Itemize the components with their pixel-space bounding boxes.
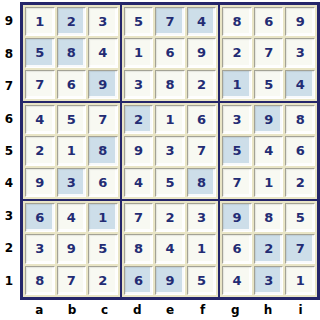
cell-a1[interactable]: 8 [25,266,55,295]
cell-f7[interactable]: 2 [187,70,217,99]
cell-i5[interactable]: 6 [285,136,315,165]
row-label-1: 1 [0,265,18,297]
cell-f2[interactable]: 1 [187,234,217,263]
cell-d9[interactable]: 5 [124,7,154,36]
row-label-2: 2 [0,232,18,264]
cell-h8[interactable]: 7 [254,38,284,67]
cell-a5[interactable]: 2 [25,136,55,165]
cell-c4[interactable]: 6 [88,168,118,197]
col-label-b: b [56,301,89,318]
cell-d8[interactable]: 1 [124,38,154,67]
cell-a2[interactable]: 3 [25,234,55,263]
cell-a4[interactable]: 9 [25,168,55,197]
cell-i6[interactable]: 8 [285,105,315,134]
cell-h4[interactable]: 1 [254,168,284,197]
cell-b6[interactable]: 5 [57,105,87,134]
cell-f1[interactable]: 5 [187,266,217,295]
cell-d4[interactable]: 4 [124,168,154,197]
cell-e6[interactable]: 1 [155,105,185,134]
cell-h7[interactable]: 5 [254,70,284,99]
cell-g4[interactable]: 7 [222,168,252,197]
col-label-e: e [154,301,187,318]
cell-h3[interactable]: 8 [254,203,284,232]
row-label-3: 3 [0,200,18,232]
cell-f4[interactable]: 8 [187,168,217,197]
cell-e2[interactable]: 4 [155,234,185,263]
cell-d7[interactable]: 3 [124,70,154,99]
cell-b4[interactable]: 3 [57,168,87,197]
box-2-3: 398546712 [220,103,317,199]
cell-d6[interactable]: 2 [124,105,154,134]
cell-h5[interactable]: 4 [254,136,284,165]
cell-a3[interactable]: 6 [25,203,55,232]
cell-g1[interactable]: 4 [222,266,252,295]
box-3-3: 985627431 [220,201,317,297]
cell-b9[interactable]: 2 [57,7,87,36]
col-label-i: i [284,301,317,318]
cell-c6[interactable]: 7 [88,105,118,134]
cell-f8[interactable]: 9 [187,38,217,67]
col-label-a: a [23,301,56,318]
cell-e9[interactable]: 7 [155,7,185,36]
cell-e5[interactable]: 3 [155,136,185,165]
cell-h2[interactable]: 2 [254,234,284,263]
cell-g9[interactable]: 8 [222,7,252,36]
cell-a7[interactable]: 7 [25,70,55,99]
cell-h9[interactable]: 6 [254,7,284,36]
col-labels: a b c d e f g h i [23,301,317,318]
cell-e7[interactable]: 8 [155,70,185,99]
box-2-1: 457218936 [23,103,120,199]
cell-d3[interactable]: 7 [124,203,154,232]
cell-b2[interactable]: 9 [57,234,87,263]
cell-g3[interactable]: 9 [222,203,252,232]
col-label-g: g [219,301,252,318]
cell-e4[interactable]: 5 [155,168,185,197]
cell-b7[interactable]: 6 [57,70,87,99]
cell-g6[interactable]: 3 [222,105,252,134]
cell-i3[interactable]: 5 [285,203,315,232]
cell-c2[interactable]: 5 [88,234,118,263]
cell-a6[interactable]: 4 [25,105,55,134]
cell-c1[interactable]: 2 [88,266,118,295]
box-1-3: 869273154 [220,5,317,101]
col-label-h: h [252,301,285,318]
cell-c3[interactable]: 1 [88,203,118,232]
cell-d5[interactable]: 9 [124,136,154,165]
cell-b3[interactable]: 4 [57,203,87,232]
box-1-1: 123584769 [23,5,120,101]
cell-f3[interactable]: 3 [187,203,217,232]
cell-g7[interactable]: 1 [222,70,252,99]
row-labels: 9 8 7 6 5 4 3 2 1 [0,5,18,297]
box-1-2: 574169382 [122,5,219,101]
col-label-c: c [88,301,121,318]
cell-g2[interactable]: 6 [222,234,252,263]
cell-b8[interactable]: 8 [57,38,87,67]
box-3-1: 641395872 [23,201,120,297]
row-label-8: 8 [0,37,18,69]
cell-i1[interactable]: 1 [285,266,315,295]
cell-i7[interactable]: 4 [285,70,315,99]
cell-i8[interactable]: 3 [285,38,315,67]
row-label-4: 4 [0,167,18,199]
cell-d2[interactable]: 8 [124,234,154,263]
cell-c7[interactable]: 9 [88,70,118,99]
col-label-f: f [186,301,219,318]
cell-i2[interactable]: 7 [285,234,315,263]
cell-a9[interactable]: 1 [25,7,55,36]
cell-b1[interactable]: 7 [57,266,87,295]
row-label-5: 5 [0,135,18,167]
cell-c9[interactable]: 3 [88,7,118,36]
sudoku-page: 9 8 7 6 5 4 3 2 1 1235847695741693828692… [0,0,320,320]
cell-e1[interactable]: 9 [155,266,185,295]
box-3-2: 723841695 [122,201,219,297]
cell-c8[interactable]: 4 [88,38,118,67]
col-label-d: d [121,301,154,318]
cell-e3[interactable]: 2 [155,203,185,232]
cell-f9[interactable]: 4 [187,7,217,36]
cell-g8[interactable]: 2 [222,38,252,67]
cell-e8[interactable]: 6 [155,38,185,67]
cell-h1[interactable]: 3 [254,266,284,295]
cell-f6[interactable]: 6 [187,105,217,134]
cell-g5[interactable]: 5 [222,136,252,165]
cell-f5[interactable]: 7 [187,136,217,165]
row-label-6: 6 [0,102,18,134]
cell-d1[interactable]: 6 [124,266,154,295]
sudoku-board: 1235847695741693828692731544572189362169… [20,2,320,300]
cell-h6[interactable]: 9 [254,105,284,134]
box-2-2: 216937458 [122,103,219,199]
cell-a8[interactable]: 5 [25,38,55,67]
row-label-7: 7 [0,70,18,102]
cell-c5[interactable]: 8 [88,136,118,165]
cell-b5[interactable]: 1 [57,136,87,165]
row-label-9: 9 [0,5,18,37]
cell-i9[interactable]: 9 [285,7,315,36]
cell-i4[interactable]: 2 [285,168,315,197]
